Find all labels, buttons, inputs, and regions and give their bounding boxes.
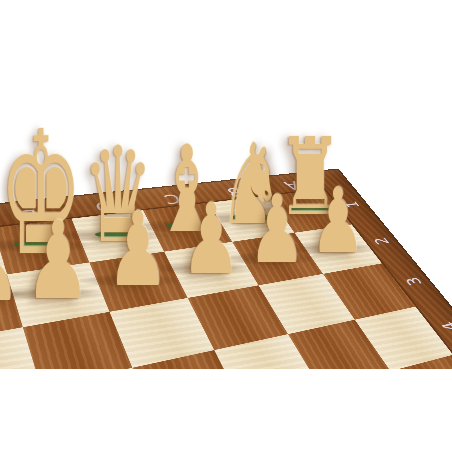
pawn-glyph: ♟	[181, 190, 241, 288]
pawn-glyph: ♟	[249, 183, 306, 277]
photo-background: HGFEDCBA12345678 ♜♞♝♛♚♟♟♟♟♟♟	[0, 0, 452, 452]
pawn-glyph: ♟	[0, 204, 22, 318]
pieces-layer: ♜♞♝♛♚♟♟♟♟♟♟	[0, 0, 452, 369]
pawn-glyph: ♟	[311, 176, 366, 266]
board-photo-crop: HGFEDCBA12345678 ♜♞♝♛♚♟♟♟♟♟♟	[0, 0, 452, 369]
pawn-glyph: ♟	[25, 207, 91, 315]
pawn-glyph: ♟	[107, 198, 170, 301]
